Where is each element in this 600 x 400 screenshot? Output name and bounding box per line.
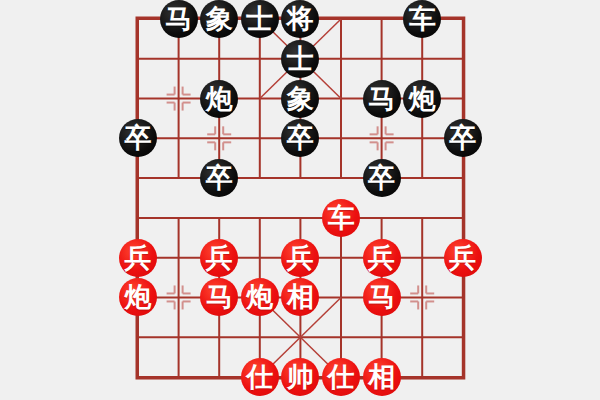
piece-red-elephant[interactable]: 相 xyxy=(363,358,401,396)
piece-red-horse[interactable]: 马 xyxy=(363,278,401,316)
piece-black-cannon[interactable]: 炮 xyxy=(403,80,441,118)
piece-black-soldier[interactable]: 卒 xyxy=(363,159,401,197)
piece-red-horse[interactable]: 马 xyxy=(200,278,238,316)
piece-red-advisor[interactable]: 仕 xyxy=(241,358,279,396)
piece-red-soldier[interactable]: 兵 xyxy=(200,239,238,277)
piece-black-soldier[interactable]: 卒 xyxy=(281,119,319,157)
piece-black-chariot[interactable]: 车 xyxy=(403,0,441,38)
piece-red-advisor[interactable]: 仕 xyxy=(322,358,360,396)
piece-black-general[interactable]: 将 xyxy=(281,0,319,38)
piece-black-advisor[interactable]: 士 xyxy=(281,40,319,78)
piece-black-soldier[interactable]: 卒 xyxy=(119,119,157,157)
piece-black-elephant[interactable]: 象 xyxy=(200,0,238,38)
piece-black-horse[interactable]: 马 xyxy=(160,0,198,38)
piece-black-soldier[interactable]: 卒 xyxy=(200,159,238,197)
piece-black-soldier[interactable]: 卒 xyxy=(444,119,482,157)
piece-red-chariot[interactable]: 车 xyxy=(322,199,360,237)
xiangqi-board: 马象士将车士炮象马炮卒卒卒卒卒车兵兵兵兵兵炮马炮相马仕帅仕相 xyxy=(0,0,600,400)
piece-red-soldier[interactable]: 兵 xyxy=(444,239,482,277)
piece-red-cannon[interactable]: 炮 xyxy=(119,278,157,316)
piece-black-elephant[interactable]: 象 xyxy=(281,80,319,118)
piece-black-advisor[interactable]: 士 xyxy=(241,0,279,38)
piece-red-elephant[interactable]: 相 xyxy=(281,278,319,316)
piece-red-soldier[interactable]: 兵 xyxy=(363,239,401,277)
piece-red-soldier[interactable]: 兵 xyxy=(119,239,157,277)
piece-grid: 马象士将车士炮象马炮卒卒卒卒卒车兵兵兵兵兵炮马炮相马仕帅仕相 xyxy=(118,0,483,397)
piece-red-soldier[interactable]: 兵 xyxy=(281,239,319,277)
piece-black-cannon[interactable]: 炮 xyxy=(200,80,238,118)
piece-red-general[interactable]: 帅 xyxy=(281,358,319,396)
piece-red-cannon[interactable]: 炮 xyxy=(241,278,279,316)
piece-black-horse[interactable]: 马 xyxy=(363,80,401,118)
